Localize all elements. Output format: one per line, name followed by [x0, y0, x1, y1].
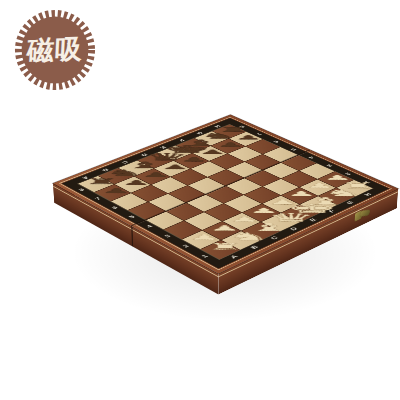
board-top-surface: 87654321 87654321 ABCDEFGH ABCDEFGH ♜♞♝♛… — [53, 115, 398, 274]
brass-clasp — [354, 205, 371, 224]
clasp-hook — [360, 210, 370, 217]
folding-chess-box: 87654321 87654321 ABCDEFGH ABCDEFGH ♜♞♝♛… — [53, 115, 398, 274]
chessboard-scene: 87654321 87654321 ABCDEFGH ABCDEFGH ♜♞♝♛… — [0, 0, 400, 400]
product-photo: 磁吸 87654321 87654321 ABCDEFGH ABCDEFGH ♜… — [0, 0, 400, 400]
